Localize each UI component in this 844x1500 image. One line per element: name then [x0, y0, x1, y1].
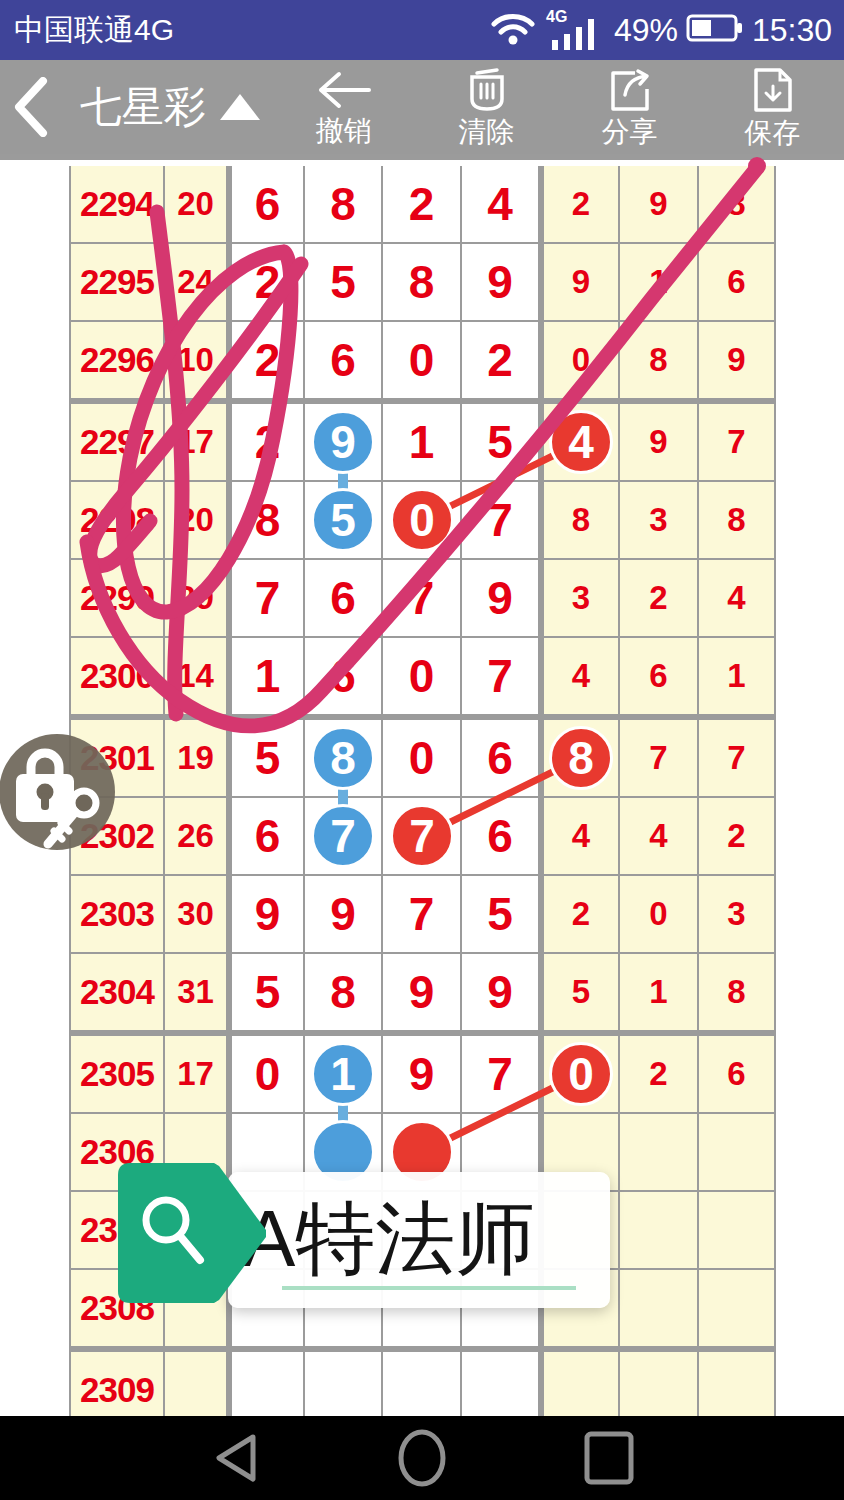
digit-cell: 7 — [383, 560, 460, 636]
nav-recents-button[interactable] — [549, 1416, 669, 1500]
app-screen: 中国联通4G 4G 49% — [0, 0, 844, 1500]
digit-cell: 9 — [232, 876, 303, 952]
digit-cell: 0 — [383, 482, 460, 558]
period-cell: 2298 — [71, 482, 163, 558]
status-bar: 中国联通4G 4G 49% — [0, 0, 844, 60]
digit-cell: 8 — [383, 244, 460, 320]
digit-cell: 3 — [620, 482, 697, 558]
digit-cell — [699, 1192, 774, 1268]
digit-cell: 3 — [544, 560, 618, 636]
digit-cell: 0 — [383, 322, 460, 398]
digit-cell: 6 — [305, 638, 381, 714]
digit-cell: 0 — [544, 322, 618, 398]
digit-cell: 9 — [383, 1036, 460, 1112]
digit-cell: 0 — [383, 638, 460, 714]
dropdown-caret-icon — [220, 94, 260, 120]
sum-cell: 17 — [165, 404, 226, 480]
sum-cell: 20 — [165, 482, 226, 558]
digit-cell: 7 — [305, 798, 381, 874]
share-label: 分享 — [602, 117, 658, 147]
digit-cell: 8 — [544, 720, 618, 796]
digit-cell: 6 — [232, 166, 303, 242]
save-label: 保存 — [745, 118, 801, 148]
digit-cell: 0 — [232, 1036, 303, 1112]
period-cell: 2294 — [71, 166, 163, 242]
undo-label: 撤销 — [316, 116, 372, 146]
table-row: 2300141607461 — [71, 638, 774, 714]
table-row: 2297172915497 — [71, 404, 774, 480]
period-cell: 2305 — [71, 1036, 163, 1112]
cellular-signal-icon: 4G — [544, 8, 606, 52]
clock-label: 15:30 — [752, 12, 832, 49]
digit-cell: 7 — [462, 638, 538, 714]
sum-cell: 17 — [165, 1036, 226, 1112]
share-icon — [607, 67, 653, 113]
clear-button[interactable]: 清除 — [415, 66, 558, 148]
battery-percent-label: 49% — [614, 12, 678, 49]
digit-cell: 7 — [462, 482, 538, 558]
digit-cell: 2 — [699, 798, 774, 874]
chart-selector[interactable]: 七星彩 — [80, 79, 260, 135]
digit-cell: 4 — [699, 560, 774, 636]
nav-back-button[interactable] — [175, 1416, 295, 1500]
period-cell: 2300 — [71, 638, 163, 714]
digit-cell: 5 — [462, 404, 538, 480]
digit-cell: 5 — [232, 954, 303, 1030]
digit-cell: 5 — [232, 720, 303, 796]
digit-cell: 9 — [462, 244, 538, 320]
nav-recents-icon — [583, 1430, 635, 1486]
digit-cell: 6 — [462, 720, 538, 796]
digit-cell: 6 — [620, 638, 697, 714]
carrier-label: 中国联通4G — [14, 10, 174, 51]
table-row: 2305170197026 — [71, 1036, 774, 1112]
digit-cell: 6 — [305, 322, 381, 398]
digit-cell: 8 — [232, 482, 303, 558]
back-chevron-icon — [11, 77, 49, 137]
digit-cell: 5 — [462, 876, 538, 952]
digit-cell: 7 — [462, 1036, 538, 1112]
digit-cell: 9 — [383, 954, 460, 1030]
digit-cell: 1 — [620, 954, 697, 1030]
trash-icon — [464, 67, 510, 113]
digit-cell: 1 — [305, 1036, 381, 1112]
digit-cell: 4 — [620, 798, 697, 874]
digit-cell: 7 — [383, 798, 460, 874]
digit-cell: 8 — [305, 954, 381, 1030]
table-row: 2295242589916 — [71, 244, 774, 320]
digit-cell: 8 — [620, 322, 697, 398]
digit-cell: 9 — [620, 166, 697, 242]
digit-cell: 8 — [305, 166, 381, 242]
sum-cell: 26 — [165, 798, 226, 874]
digit-cell: 5 — [305, 482, 381, 558]
digit-cell: 6 — [462, 798, 538, 874]
digit-cell: 1 — [383, 404, 460, 480]
toolbar-actions: 撤销清除分享保存 — [272, 66, 844, 148]
digit-cell: 6 — [305, 560, 381, 636]
digit-cell — [699, 1270, 774, 1346]
nav-home-button[interactable] — [362, 1416, 482, 1500]
table-row: 2303309975203 — [71, 876, 774, 952]
digit-cell: 8 — [544, 482, 618, 558]
share-button[interactable]: 分享 — [558, 66, 701, 148]
table-row: 2301195806877 — [71, 720, 774, 796]
digit-cell: 9 — [544, 244, 618, 320]
digit-cell: 9 — [305, 876, 381, 952]
sum-cell: 14 — [165, 638, 226, 714]
page-title: 七星彩 — [80, 79, 206, 135]
digit-cell: 8 — [699, 166, 774, 242]
wifi-icon — [490, 8, 536, 52]
digit-cell: 0 — [383, 720, 460, 796]
digit-cell: 0 — [620, 876, 697, 952]
lock-tool-button[interactable] — [0, 733, 116, 851]
nav-back-icon — [211, 1432, 259, 1484]
back-button[interactable] — [0, 67, 60, 147]
sum-cell: 29 — [165, 560, 226, 636]
period-cell: 2296 — [71, 322, 163, 398]
digit-cell: 5 — [544, 954, 618, 1030]
digit-cell: 2 — [544, 166, 618, 242]
digit-cell: 8 — [699, 954, 774, 1030]
digit-cell: 9 — [620, 404, 697, 480]
sum-cell: 31 — [165, 954, 226, 1030]
digit-cell: 4 — [462, 166, 538, 242]
nav-home-icon — [396, 1428, 448, 1488]
digit-cell: 6 — [699, 244, 774, 320]
table-row: 2299297679324 — [71, 560, 774, 636]
digit-cell: 9 — [462, 954, 538, 1030]
digit-cell: 9 — [699, 322, 774, 398]
digit-cell: 9 — [462, 560, 538, 636]
period-cell: 2303 — [71, 876, 163, 952]
digit-cell: 2 — [232, 322, 303, 398]
digit-cell: 2 — [383, 166, 460, 242]
digit-cell: 8 — [305, 720, 381, 796]
digit-cell: 2 — [620, 560, 697, 636]
digit-cell: 7 — [383, 876, 460, 952]
digit-cell: 6 — [699, 1036, 774, 1112]
table-row: 2294206824298 — [71, 166, 774, 242]
sum-cell: 24 — [165, 244, 226, 320]
period-cell: 2297 — [71, 404, 163, 480]
digit-cell: 9 — [305, 404, 381, 480]
clear-label: 清除 — [459, 117, 515, 147]
network-type-glyph: 4G — [546, 8, 567, 25]
digit-cell: 7 — [232, 560, 303, 636]
search-badge — [118, 1163, 266, 1303]
digit-cell: 1 — [232, 638, 303, 714]
period-cell: 2299 — [71, 560, 163, 636]
digit-cell: 7 — [699, 404, 774, 480]
digit-cell: 8 — [699, 482, 774, 558]
search-watermark[interactable]: A特法师 — [0, 1150, 640, 1320]
digit-cell: 2 — [544, 876, 618, 952]
android-nav-bar — [0, 1416, 844, 1500]
save-icon — [752, 66, 794, 114]
table-row: 2296102602089 — [71, 322, 774, 398]
digit-cell: 1 — [620, 244, 697, 320]
period-cell: 2304 — [71, 954, 163, 1030]
digit-cell: 6 — [232, 798, 303, 874]
digit-cell: 0 — [544, 1036, 618, 1112]
digit-cell: 7 — [699, 720, 774, 796]
digit-cell — [699, 1114, 774, 1190]
table-row: 2304315899518 — [71, 954, 774, 1030]
digit-cell: 5 — [305, 244, 381, 320]
digit-cell: 7 — [620, 720, 697, 796]
table-row: 2298208507838 — [71, 482, 774, 558]
save-button[interactable]: 保存 — [701, 66, 844, 148]
digit-cell: 3 — [699, 876, 774, 952]
digit-cell: 1 — [699, 638, 774, 714]
digit-cell: 2 — [620, 1036, 697, 1112]
sum-cell: 20 — [165, 166, 226, 242]
period-cell: 2295 — [71, 244, 163, 320]
sum-cell: 19 — [165, 720, 226, 796]
undo-icon — [311, 68, 377, 112]
table-row: 2302266776442 — [71, 798, 774, 874]
search-underline — [282, 1286, 576, 1290]
digit-cell: 2 — [232, 244, 303, 320]
sum-cell: 30 — [165, 876, 226, 952]
sum-cell: 10 — [165, 322, 226, 398]
undo-button[interactable]: 撤销 — [272, 66, 415, 148]
digit-cell: 4 — [544, 404, 618, 480]
toolbar: 七星彩 撤销清除分享保存 — [0, 60, 844, 160]
digit-cell: 4 — [544, 798, 618, 874]
battery-icon — [686, 13, 744, 47]
digit-cell: 2 — [232, 404, 303, 480]
digit-cell: 4 — [544, 638, 618, 714]
digit-cell: 2 — [462, 322, 538, 398]
